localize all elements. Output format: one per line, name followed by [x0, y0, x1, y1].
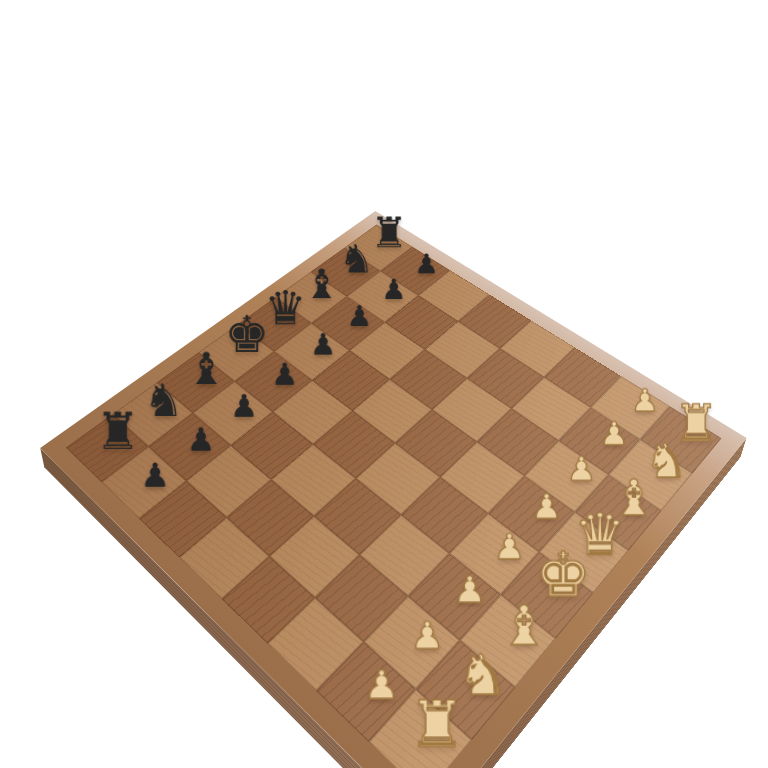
black-pawn[interactable]: ♟	[402, 250, 452, 277]
black-rook[interactable]: ♜	[88, 406, 147, 457]
white-pawn[interactable]: ♟	[616, 385, 673, 416]
product-photo-scene: ♜♞♝♚♛♝♞♜♟♟♟♟♟♟♟♟♟♟♟♟♟♟♟♟♜♞♝♚♛♝♞♜	[0, 0, 768, 768]
black-pawn[interactable]: ♟	[333, 302, 385, 331]
black-pawn[interactable]: ♟	[257, 359, 312, 390]
black-pawn[interactable]: ♟	[296, 330, 350, 360]
white-pawn[interactable]: ♟	[585, 418, 643, 450]
square-a4[interactable]	[500, 320, 575, 377]
board-grid: ♜♞♝♚♛♝♞♜♟♟♟♟♟♟♟♟♟♟♟♟♟♟♟♟♜♞♝♚♛♝♞♜	[66, 225, 722, 768]
black-pawn[interactable]: ♟	[368, 275, 419, 303]
black-pawn[interactable]: ♟	[125, 459, 185, 492]
chess-board: ♜♞♝♚♛♝♞♜♟♟♟♟♟♟♟♟♟♟♟♟♟♟♟♟♜♞♝♚♛♝♞♜	[40, 211, 746, 768]
black-pawn[interactable]: ♟	[172, 423, 231, 455]
white-rook[interactable]: ♜	[400, 693, 474, 757]
black-pawn[interactable]: ♟	[216, 390, 273, 421]
